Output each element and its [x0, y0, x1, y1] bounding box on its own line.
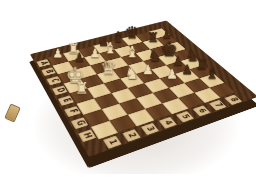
piece-black-pawn[interactable]: ♟ [71, 45, 88, 63]
piece-white-bishop[interactable]: ♝ [124, 41, 141, 59]
rank-label-6: 6 [192, 105, 210, 116]
piece-white-pawn[interactable]: ♟ [49, 42, 66, 60]
rank-label-text: 8 [224, 94, 242, 105]
rank-label-text: 5 [176, 111, 194, 123]
square-h8[interactable] [210, 83, 236, 98]
rank-label-7: 7 [208, 100, 226, 111]
rank-label-8: 8 [224, 94, 242, 105]
piece-white-pawn[interactable]: ♟ [139, 57, 157, 76]
file-label-a: A [36, 59, 50, 67]
chess-set-photo: ABCDEFGH12345678♚♛♜♜♝♝♞♟♟♟♟♚♛♜♜♞♞♝♝♟♟♟♟♟ [0, 0, 256, 181]
rank-label-text: 7 [208, 100, 226, 111]
file-label-text: B [41, 67, 56, 76]
rank-label-5: 5 [176, 111, 194, 123]
file-label-b: B [41, 67, 56, 76]
piece-white-knight[interactable]: ♞ [123, 62, 141, 81]
piece-white-pawn[interactable]: ♟ [163, 61, 181, 80]
piece-black-queen[interactable]: ♛ [124, 23, 140, 40]
piece-black-pawn[interactable]: ♟ [178, 57, 196, 76]
rank-label-text: 6 [192, 105, 210, 116]
file-label-text: A [36, 59, 50, 67]
piece-white-rook[interactable]: ♜ [72, 76, 91, 96]
piece-black-bishop[interactable]: ♝ [203, 61, 221, 80]
brass-clasp [4, 103, 21, 122]
piece-white-bishop[interactable]: ♝ [102, 38, 118, 56]
piece-white-queen[interactable]: ♛ [100, 57, 118, 76]
piece-black-rook[interactable]: ♜ [145, 27, 161, 44]
